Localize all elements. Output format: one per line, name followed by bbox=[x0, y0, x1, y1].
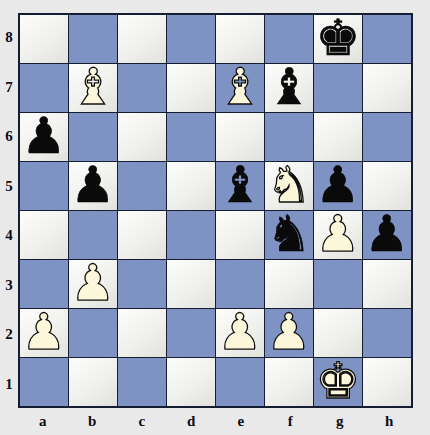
square-e8[interactable] bbox=[216, 15, 264, 63]
chess-board: ♚♝♝♝♟♟♝♞♟♞♟♟♟♟♟♟♚ bbox=[18, 13, 413, 408]
square-e5[interactable]: ♝ bbox=[216, 162, 264, 210]
square-b5[interactable]: ♟ bbox=[69, 162, 117, 210]
square-b7[interactable]: ♝ bbox=[69, 64, 117, 112]
square-c3[interactable] bbox=[118, 260, 166, 308]
square-d6[interactable] bbox=[167, 113, 215, 161]
rank-label-7: 7 bbox=[0, 63, 18, 113]
piece-black-knight[interactable]: ♞ bbox=[267, 211, 312, 259]
square-d8[interactable] bbox=[167, 15, 215, 63]
square-e1[interactable] bbox=[216, 358, 264, 406]
file-label-f: f bbox=[266, 409, 316, 433]
square-d2[interactable] bbox=[167, 309, 215, 357]
square-a8[interactable] bbox=[20, 15, 68, 63]
square-f4[interactable]: ♞ bbox=[265, 211, 313, 259]
square-c6[interactable] bbox=[118, 113, 166, 161]
square-b1[interactable] bbox=[69, 358, 117, 406]
piece-white-king[interactable]: ♚ bbox=[316, 358, 361, 406]
file-label-g: g bbox=[315, 409, 365, 433]
piece-black-pawn[interactable]: ♟ bbox=[71, 162, 116, 210]
rank-label-4: 4 bbox=[0, 211, 18, 261]
square-c2[interactable] bbox=[118, 309, 166, 357]
square-h4[interactable]: ♟ bbox=[363, 211, 411, 259]
square-g2[interactable] bbox=[314, 309, 362, 357]
square-f7[interactable]: ♝ bbox=[265, 64, 313, 112]
square-e6[interactable] bbox=[216, 113, 264, 161]
rank-labels: 87654321 bbox=[0, 13, 18, 409]
file-label-h: h bbox=[365, 409, 415, 433]
square-f2[interactable]: ♟ bbox=[265, 309, 313, 357]
piece-black-bishop[interactable]: ♝ bbox=[218, 162, 263, 210]
square-b3[interactable]: ♟ bbox=[69, 260, 117, 308]
square-f6[interactable] bbox=[265, 113, 313, 161]
square-g8[interactable]: ♚ bbox=[314, 15, 362, 63]
square-h3[interactable] bbox=[363, 260, 411, 308]
square-a7[interactable] bbox=[20, 64, 68, 112]
square-f3[interactable] bbox=[265, 260, 313, 308]
square-a1[interactable] bbox=[20, 358, 68, 406]
chess-diagram: 87654321 ♚♝♝♝♟♟♝♞♟♞♟♟♟♟♟♟♚ abcdefgh bbox=[0, 0, 430, 435]
square-b4[interactable] bbox=[69, 211, 117, 259]
square-e7[interactable]: ♝ bbox=[216, 64, 264, 112]
square-f8[interactable] bbox=[265, 15, 313, 63]
square-d5[interactable] bbox=[167, 162, 215, 210]
square-d4[interactable] bbox=[167, 211, 215, 259]
piece-white-pawn[interactable]: ♟ bbox=[71, 260, 116, 308]
square-b8[interactable] bbox=[69, 15, 117, 63]
square-e3[interactable] bbox=[216, 260, 264, 308]
square-a6[interactable]: ♟ bbox=[20, 113, 68, 161]
rank-label-1: 1 bbox=[0, 360, 18, 410]
square-d3[interactable] bbox=[167, 260, 215, 308]
file-label-e: e bbox=[216, 409, 266, 433]
rank-label-5: 5 bbox=[0, 162, 18, 212]
square-a4[interactable] bbox=[20, 211, 68, 259]
square-c5[interactable] bbox=[118, 162, 166, 210]
square-f5[interactable]: ♞ bbox=[265, 162, 313, 210]
piece-black-pawn[interactable]: ♟ bbox=[316, 162, 361, 210]
piece-white-pawn[interactable]: ♟ bbox=[218, 309, 263, 357]
square-b2[interactable] bbox=[69, 309, 117, 357]
piece-white-pawn[interactable]: ♟ bbox=[316, 211, 361, 259]
rank-label-2: 2 bbox=[0, 310, 18, 360]
rank-label-3: 3 bbox=[0, 261, 18, 311]
square-h6[interactable] bbox=[363, 113, 411, 161]
piece-black-pawn[interactable]: ♟ bbox=[365, 211, 410, 259]
square-g7[interactable] bbox=[314, 64, 362, 112]
square-b6[interactable] bbox=[69, 113, 117, 161]
square-g1[interactable]: ♚ bbox=[314, 358, 362, 406]
piece-white-pawn[interactable]: ♟ bbox=[267, 309, 312, 357]
square-e4[interactable] bbox=[216, 211, 264, 259]
file-label-b: b bbox=[68, 409, 118, 433]
square-g3[interactable] bbox=[314, 260, 362, 308]
square-a5[interactable] bbox=[20, 162, 68, 210]
square-g5[interactable]: ♟ bbox=[314, 162, 362, 210]
rank-label-6: 6 bbox=[0, 112, 18, 162]
piece-black-king[interactable]: ♚ bbox=[316, 15, 361, 63]
piece-white-bishop[interactable]: ♝ bbox=[218, 64, 263, 112]
file-labels: abcdefgh bbox=[18, 409, 414, 433]
square-h7[interactable] bbox=[363, 64, 411, 112]
square-a2[interactable]: ♟ bbox=[20, 309, 68, 357]
piece-black-bishop[interactable]: ♝ bbox=[267, 64, 312, 112]
file-label-a: a bbox=[18, 409, 68, 433]
piece-white-bishop[interactable]: ♝ bbox=[71, 64, 116, 112]
square-c7[interactable] bbox=[118, 64, 166, 112]
square-h5[interactable] bbox=[363, 162, 411, 210]
square-a3[interactable] bbox=[20, 260, 68, 308]
square-h8[interactable] bbox=[363, 15, 411, 63]
file-label-c: c bbox=[117, 409, 167, 433]
square-c8[interactable] bbox=[118, 15, 166, 63]
square-e2[interactable]: ♟ bbox=[216, 309, 264, 357]
piece-white-pawn[interactable]: ♟ bbox=[22, 309, 67, 357]
square-h2[interactable] bbox=[363, 309, 411, 357]
square-f1[interactable] bbox=[265, 358, 313, 406]
square-d7[interactable] bbox=[167, 64, 215, 112]
rank-label-8: 8 bbox=[0, 13, 18, 63]
piece-white-knight[interactable]: ♞ bbox=[267, 162, 312, 210]
square-c1[interactable] bbox=[118, 358, 166, 406]
file-label-d: d bbox=[167, 409, 217, 433]
square-c4[interactable] bbox=[118, 211, 166, 259]
square-d1[interactable] bbox=[167, 358, 215, 406]
square-h1[interactable] bbox=[363, 358, 411, 406]
square-g6[interactable] bbox=[314, 113, 362, 161]
piece-black-pawn[interactable]: ♟ bbox=[22, 113, 67, 161]
square-g4[interactable]: ♟ bbox=[314, 211, 362, 259]
